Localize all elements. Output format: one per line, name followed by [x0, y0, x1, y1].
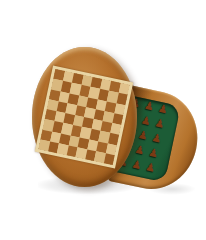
- board-square: [103, 153, 114, 165]
- pawn-icon: ♟: [134, 144, 146, 157]
- pawn-icon: ♟: [137, 129, 149, 142]
- pawn-icon: ♟: [131, 158, 143, 171]
- round-wooden-case: [32, 47, 137, 187]
- pawn-icon: ♟: [154, 117, 166, 130]
- product-photo: ♟♟♟♟♟♟♟♟♟♟♟♟♟♟♟: [0, 0, 206, 240]
- pawn-icon: ♟: [140, 114, 152, 127]
- pawn-icon: ♟: [144, 161, 156, 174]
- pawn-icon: ♟: [143, 100, 155, 113]
- pawn-icon: ♟: [147, 147, 159, 160]
- pawn-icon: ♟: [157, 103, 169, 116]
- chess-board: [35, 65, 134, 168]
- board-grid: [38, 69, 129, 165]
- pawn-icon: ♟: [151, 132, 163, 145]
